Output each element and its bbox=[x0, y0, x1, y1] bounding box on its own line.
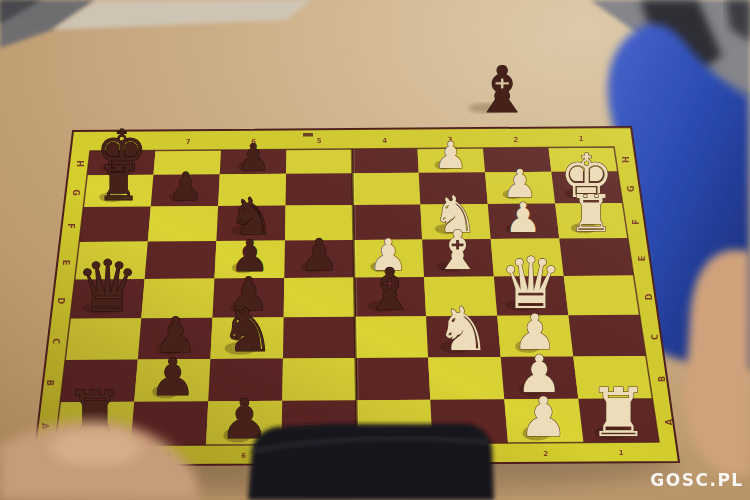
piece-black-rook-g8[interactable]: ♜ bbox=[97, 155, 140, 211]
piece-black-pawn-b7[interactable]: ♟ bbox=[150, 347, 196, 407]
square-d5[interactable] bbox=[284, 277, 355, 317]
square-b4[interactable] bbox=[356, 357, 431, 400]
piece-white-bishop-e3[interactable]: ♝ bbox=[434, 219, 482, 282]
piece-black-queen-d8[interactable]: ♛ bbox=[76, 245, 140, 328]
square-c1[interactable] bbox=[568, 315, 645, 357]
rank-label-bottom-2: 2 bbox=[543, 450, 548, 458]
square-e7[interactable] bbox=[145, 241, 217, 279]
file-label-left-c: C bbox=[51, 338, 60, 344]
square-c5[interactable] bbox=[283, 317, 356, 359]
rank-label-top-2: 2 bbox=[513, 136, 518, 144]
file-label-left-f: F bbox=[66, 223, 75, 228]
square-g5[interactable] bbox=[286, 173, 353, 205]
rank-label-top-7: 7 bbox=[186, 138, 191, 146]
file-label-left-e: E bbox=[61, 260, 70, 265]
foreground-dark-object bbox=[248, 424, 494, 500]
rank-label-top-4: 4 bbox=[382, 137, 387, 145]
piece-white-pawn-f2[interactable]: ♟ bbox=[505, 194, 542, 242]
photo-canvas: HHGGFFEEDDCCBBAA8877665544332211 ♟♟♚♚♟♟♜… bbox=[0, 0, 750, 500]
file-label-left-b: B bbox=[45, 380, 54, 386]
square-d1[interactable] bbox=[564, 275, 640, 315]
file-label-right-b: B bbox=[658, 376, 667, 382]
piece-black-pawn-e5[interactable]: ♟ bbox=[300, 230, 339, 280]
file-label-right-d: D bbox=[645, 293, 654, 300]
square-h4[interactable] bbox=[352, 149, 419, 174]
captured-black-bishop[interactable]: ♝ bbox=[473, 53, 530, 127]
file-label-right-g: G bbox=[627, 185, 636, 192]
hand-left-highlight bbox=[50, 430, 142, 466]
file-label-left-g: G bbox=[71, 189, 80, 196]
square-g4[interactable] bbox=[352, 173, 420, 205]
square-f7[interactable] bbox=[148, 206, 218, 242]
square-e1[interactable] bbox=[559, 238, 633, 276]
square-b5[interactable] bbox=[282, 358, 356, 401]
file-label-right-a: A bbox=[665, 418, 674, 425]
watermark: GOSC.PL bbox=[650, 470, 743, 490]
square-c4[interactable] bbox=[355, 316, 428, 358]
file-label-right-h: H bbox=[622, 156, 631, 163]
piece-white-knight-c3[interactable]: ♞ bbox=[436, 294, 490, 364]
board-brand-mark bbox=[303, 133, 313, 137]
file-label-right-c: C bbox=[651, 334, 660, 340]
piece-black-pawn-g7[interactable]: ♟ bbox=[168, 164, 203, 209]
scene-svg: HHGGFFEEDDCCBBAA8877665544332211 ♟♟♚♚♟♟♜… bbox=[0, 0, 750, 500]
square-h5[interactable] bbox=[286, 149, 352, 174]
file-label-right-f: F bbox=[632, 219, 641, 224]
piece-black-bishop-d4[interactable]: ♝ bbox=[364, 256, 415, 322]
piece-white-pawn-h3[interactable]: ♟ bbox=[435, 134, 468, 177]
piece-white-rook-a1[interactable]: ♜ bbox=[588, 374, 648, 452]
piece-white-rook-f1[interactable]: ♜ bbox=[568, 184, 614, 243]
piece-black-knight-c6[interactable]: ♞ bbox=[220, 295, 274, 365]
file-label-left-h: H bbox=[74, 160, 83, 167]
rank-label-bottom-6: 6 bbox=[241, 452, 246, 460]
file-label-left-d: D bbox=[56, 298, 65, 305]
square-f8[interactable] bbox=[79, 206, 151, 242]
piece-white-pawn-a2[interactable]: ♟ bbox=[519, 385, 568, 449]
piece-black-pawn-h6[interactable]: ♟ bbox=[237, 136, 270, 179]
file-label-right-e: E bbox=[638, 256, 647, 261]
rank-label-top-5: 5 bbox=[317, 137, 322, 145]
